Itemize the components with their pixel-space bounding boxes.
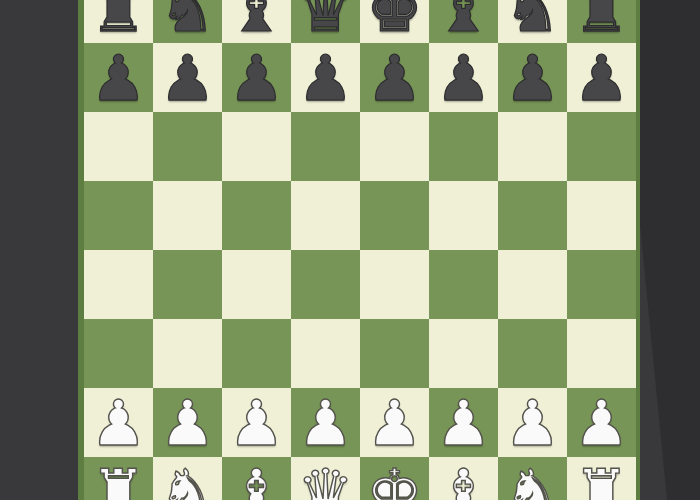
- square-h7[interactable]: ♟: [567, 43, 636, 112]
- square-e4[interactable]: [360, 250, 429, 319]
- square-f8[interactable]: ♝: [429, 0, 498, 43]
- square-b7[interactable]: ♟: [153, 43, 222, 112]
- square-b4[interactable]: [153, 250, 222, 319]
- square-a6[interactable]: [84, 112, 153, 181]
- piece-black-pawn[interactable]: ♟: [366, 47, 422, 110]
- square-d7[interactable]: ♟: [291, 43, 360, 112]
- square-g7[interactable]: ♟: [498, 43, 567, 112]
- square-h3[interactable]: [567, 319, 636, 388]
- piece-black-pawn[interactable]: ♟: [159, 47, 215, 110]
- square-h4[interactable]: [567, 250, 636, 319]
- square-f6[interactable]: [429, 112, 498, 181]
- piece-black-pawn[interactable]: ♟: [435, 47, 491, 110]
- piece-black-queen[interactable]: ♛: [297, 0, 353, 41]
- piece-black-pawn[interactable]: ♟: [90, 47, 146, 110]
- square-c8[interactable]: ♝: [222, 0, 291, 43]
- square-e1[interactable]: ♚: [360, 457, 429, 500]
- square-d1[interactable]: ♛: [291, 457, 360, 500]
- piece-black-pawn[interactable]: ♟: [297, 47, 353, 110]
- square-c3[interactable]: [222, 319, 291, 388]
- piece-black-bishop[interactable]: ♝: [435, 0, 491, 41]
- square-d2[interactable]: ♟: [291, 388, 360, 457]
- square-d5[interactable]: [291, 181, 360, 250]
- piece-white-king[interactable]: ♚: [366, 461, 422, 500]
- piece-white-pawn[interactable]: ♟: [573, 392, 629, 455]
- square-d3[interactable]: [291, 319, 360, 388]
- piece-white-bishop[interactable]: ♝: [435, 461, 491, 500]
- square-g5[interactable]: [498, 181, 567, 250]
- piece-black-rook[interactable]: ♜: [90, 0, 146, 41]
- square-e5[interactable]: [360, 181, 429, 250]
- piece-black-knight[interactable]: ♞: [159, 0, 215, 41]
- square-f5[interactable]: [429, 181, 498, 250]
- square-a7[interactable]: ♟: [84, 43, 153, 112]
- square-f4[interactable]: [429, 250, 498, 319]
- square-f2[interactable]: ♟: [429, 388, 498, 457]
- app-background: { "game": "chess", "position": { "fen": …: [0, 0, 700, 500]
- square-g8[interactable]: ♞: [498, 0, 567, 43]
- square-b3[interactable]: [153, 319, 222, 388]
- square-b5[interactable]: [153, 181, 222, 250]
- piece-white-pawn[interactable]: ♟: [435, 392, 491, 455]
- square-g6[interactable]: [498, 112, 567, 181]
- square-c6[interactable]: [222, 112, 291, 181]
- piece-black-knight[interactable]: ♞: [504, 0, 560, 41]
- square-f3[interactable]: [429, 319, 498, 388]
- chess-board: ♜♞♝♛♚♝♞♜♟♟♟♟♟♟♟♟♟♟♟♟♟♟♟♟♜♞♝♛♚♝♞♜: [78, 0, 640, 500]
- piece-white-pawn[interactable]: ♟: [366, 392, 422, 455]
- square-a4[interactable]: [84, 250, 153, 319]
- square-b6[interactable]: [153, 112, 222, 181]
- square-e3[interactable]: [360, 319, 429, 388]
- square-c1[interactable]: ♝: [222, 457, 291, 500]
- square-c4[interactable]: [222, 250, 291, 319]
- piece-white-knight[interactable]: ♞: [159, 461, 215, 500]
- square-h6[interactable]: [567, 112, 636, 181]
- piece-white-pawn[interactable]: ♟: [504, 392, 560, 455]
- piece-white-pawn[interactable]: ♟: [159, 392, 215, 455]
- piece-white-rook[interactable]: ♜: [90, 461, 146, 500]
- piece-white-rook[interactable]: ♜: [573, 461, 629, 500]
- square-d8[interactable]: ♛: [291, 0, 360, 43]
- piece-black-king[interactable]: ♚: [366, 0, 422, 41]
- square-a8[interactable]: ♜: [84, 0, 153, 43]
- piece-white-pawn[interactable]: ♟: [297, 392, 353, 455]
- square-e8[interactable]: ♚: [360, 0, 429, 43]
- square-c5[interactable]: [222, 181, 291, 250]
- square-f1[interactable]: ♝: [429, 457, 498, 500]
- piece-white-pawn[interactable]: ♟: [228, 392, 284, 455]
- square-h2[interactable]: ♟: [567, 388, 636, 457]
- square-b1[interactable]: ♞: [153, 457, 222, 500]
- square-a3[interactable]: [84, 319, 153, 388]
- piece-white-bishop[interactable]: ♝: [228, 461, 284, 500]
- square-e6[interactable]: [360, 112, 429, 181]
- square-h8[interactable]: ♜: [567, 0, 636, 43]
- piece-black-bishop[interactable]: ♝: [228, 0, 284, 41]
- piece-white-queen[interactable]: ♛: [297, 461, 353, 500]
- piece-white-knight[interactable]: ♞: [504, 461, 560, 500]
- square-a1[interactable]: ♜: [84, 457, 153, 500]
- square-a5[interactable]: [84, 181, 153, 250]
- square-g3[interactable]: [498, 319, 567, 388]
- square-h1[interactable]: ♜: [567, 457, 636, 500]
- square-g2[interactable]: ♟: [498, 388, 567, 457]
- square-d4[interactable]: [291, 250, 360, 319]
- piece-black-pawn[interactable]: ♟: [228, 47, 284, 110]
- piece-black-pawn[interactable]: ♟: [504, 47, 560, 110]
- square-c7[interactable]: ♟: [222, 43, 291, 112]
- square-b2[interactable]: ♟: [153, 388, 222, 457]
- square-b8[interactable]: ♞: [153, 0, 222, 43]
- square-e7[interactable]: ♟: [360, 43, 429, 112]
- square-d6[interactable]: [291, 112, 360, 181]
- square-c2[interactable]: ♟: [222, 388, 291, 457]
- square-g4[interactable]: [498, 250, 567, 319]
- square-h5[interactable]: [567, 181, 636, 250]
- piece-black-pawn[interactable]: ♟: [573, 47, 629, 110]
- piece-black-rook[interactable]: ♜: [573, 0, 629, 41]
- square-a2[interactable]: ♟: [84, 388, 153, 457]
- square-f7[interactable]: ♟: [429, 43, 498, 112]
- piece-white-pawn[interactable]: ♟: [90, 392, 146, 455]
- square-g1[interactable]: ♞: [498, 457, 567, 500]
- square-e2[interactable]: ♟: [360, 388, 429, 457]
